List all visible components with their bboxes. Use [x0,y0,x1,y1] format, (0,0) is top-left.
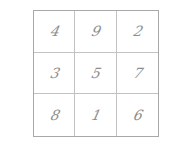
cell-value: 1 [90,108,101,122]
cell-value: 9 [90,24,101,38]
cell-value: 2 [132,24,143,38]
cell-r1c3: 2 [117,11,158,53]
magic-square-board: 4 9 2 3 5 7 8 1 6 [33,10,159,137]
cell-r3c3: 6 [117,94,158,136]
cell-r3c1: 8 [34,94,75,136]
cell-r1c1: 4 [34,11,75,53]
cell-value: 3 [48,66,59,80]
page-background: 4 9 2 3 5 7 8 1 6 [0,0,192,150]
cell-r2c2: 5 [75,53,116,95]
cell-value: 7 [132,66,143,80]
cell-value: 8 [48,108,59,122]
cell-r2c3: 7 [117,53,158,95]
cell-value: 6 [132,108,143,122]
cell-r3c2: 1 [75,94,116,136]
cell-value: 5 [90,66,101,80]
cell-value: 4 [48,24,59,38]
cell-r1c2: 9 [75,11,116,53]
cell-r2c1: 3 [34,53,75,95]
